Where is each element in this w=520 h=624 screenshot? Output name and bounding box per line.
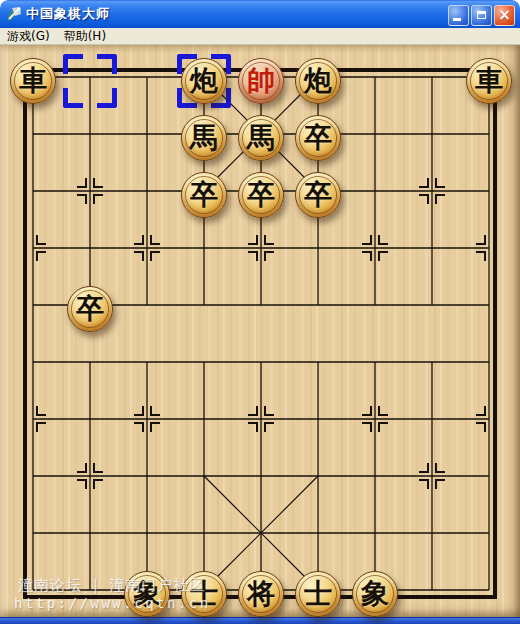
piece-character: 馬 xyxy=(247,124,275,152)
window-controls: × xyxy=(448,5,515,26)
app-window: 中国象棋大师 × 游戏(G) 帮助(H) 車炮帥炮車馬馬卒卒卒卒卒象士将士象 潼… xyxy=(0,0,520,624)
piece-character: 卒 xyxy=(304,181,332,209)
xiangqi-piece-black[interactable]: 卒 xyxy=(295,172,341,218)
piece-character: 馬 xyxy=(190,124,218,152)
xiangqi-piece-black[interactable]: 車 xyxy=(10,58,56,104)
menu-game[interactable]: 游戏(G) xyxy=(0,27,57,46)
piece-character: 将 xyxy=(247,580,275,608)
xiangqi-board[interactable]: 車炮帥炮車馬馬卒卒卒卒卒象士将士象 潼南论坛 ｜ 潼南门户社区 http://w… xyxy=(0,45,520,617)
xiangqi-piece-black[interactable]: 象 xyxy=(352,571,398,617)
xiangqi-piece-black[interactable]: 将 xyxy=(238,571,284,617)
xiangqi-piece-black[interactable]: 卒 xyxy=(238,172,284,218)
minimize-icon xyxy=(453,18,461,21)
xiangqi-piece-red[interactable]: 帥 xyxy=(238,58,284,104)
xiangqi-piece-black[interactable]: 卒 xyxy=(67,286,113,332)
close-button[interactable]: × xyxy=(494,5,515,26)
close-icon: × xyxy=(495,6,514,25)
piece-character: 卒 xyxy=(247,181,275,209)
xiangqi-piece-black[interactable]: 車 xyxy=(466,58,512,104)
minimize-button[interactable] xyxy=(448,5,469,26)
xiangqi-piece-black[interactable]: 卒 xyxy=(181,172,227,218)
window-title: 中国象棋大师 xyxy=(26,5,110,23)
piece-character: 帥 xyxy=(247,67,275,95)
window-bottom-border xyxy=(0,617,520,624)
xiangqi-piece-black[interactable]: 卒 xyxy=(295,115,341,161)
menu-help[interactable]: 帮助(H) xyxy=(57,27,113,46)
piece-character: 卒 xyxy=(190,181,218,209)
xiangqi-piece-black[interactable]: 馬 xyxy=(181,115,227,161)
xiangqi-piece-black[interactable]: 炮 xyxy=(181,58,227,104)
piece-character: 卒 xyxy=(304,124,332,152)
app-icon xyxy=(6,6,22,22)
last-move-marker xyxy=(63,54,117,108)
piece-character: 炮 xyxy=(304,67,332,95)
piece-character: 士 xyxy=(304,580,332,608)
xiangqi-piece-black[interactable]: 馬 xyxy=(238,115,284,161)
piece-character: 卒 xyxy=(76,295,104,323)
maximize-icon xyxy=(477,11,486,19)
watermark-line2: http://www.cqtn.cn xyxy=(14,595,211,611)
watermark-line1: 潼南论坛 ｜ 潼南门户社区 xyxy=(18,576,205,595)
titlebar[interactable]: 中国象棋大师 × xyxy=(0,0,520,28)
piece-character: 炮 xyxy=(190,67,218,95)
piece-character: 象 xyxy=(361,580,389,608)
xiangqi-piece-black[interactable]: 炮 xyxy=(295,58,341,104)
menubar: 游戏(G) 帮助(H) xyxy=(0,28,520,45)
piece-character: 車 xyxy=(19,67,47,95)
maximize-button[interactable] xyxy=(471,5,492,26)
xiangqi-piece-black[interactable]: 士 xyxy=(295,571,341,617)
piece-character: 車 xyxy=(475,67,503,95)
